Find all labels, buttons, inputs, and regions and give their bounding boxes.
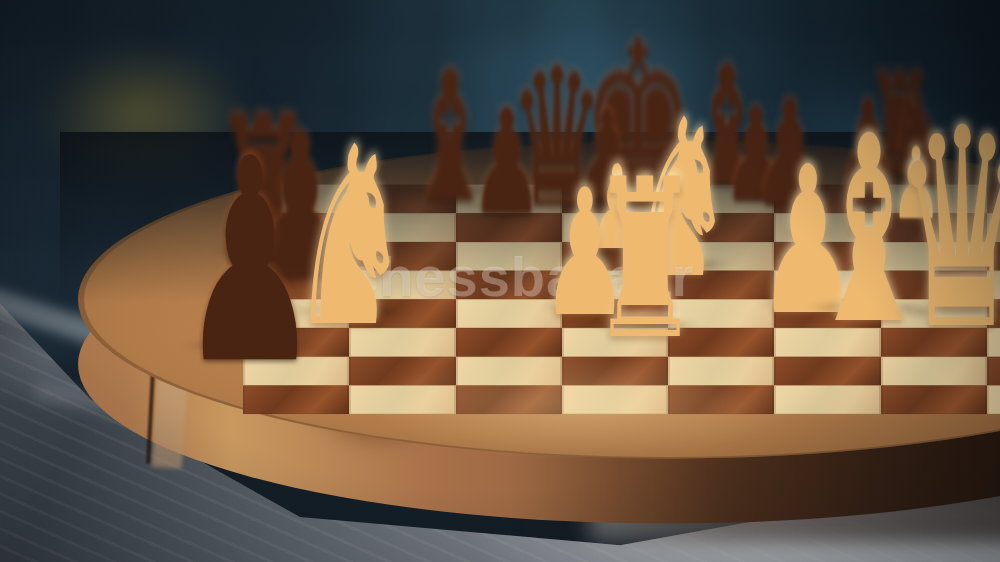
piece-black-pawn-b6: ♟: [179, 121, 320, 402]
piece-black-pawn-b7: ♟: [471, 90, 544, 235]
chess-product-photo: ♜♟♟♝♟♛♟♚♝♟♟♟♜♞♞♞♟♟♜♟♟♝♛ chessbazaar: [0, 0, 1000, 562]
piece-white-queen-h3: ♛: [893, 92, 1000, 368]
piece-white-rook-e4: ♜: [590, 150, 700, 370]
